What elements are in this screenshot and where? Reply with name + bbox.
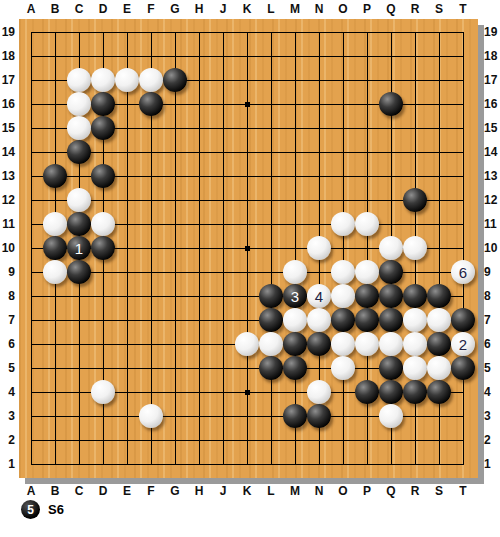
stone-N10[interactable] — [307, 236, 331, 260]
stone-B11[interactable] — [43, 212, 67, 236]
coord-top-P: P — [355, 1, 379, 17]
stone-T7[interactable] — [451, 308, 475, 332]
coord-left-7: 7 — [0, 312, 15, 328]
coord-top-B: B — [43, 1, 67, 17]
stone-Q7[interactable] — [379, 308, 403, 332]
coord-right-2: 2 — [484, 432, 499, 448]
coord-left-14: 14 — [0, 144, 15, 160]
coord-left-9: 9 — [0, 264, 15, 280]
coord-bottom-K: K — [235, 483, 259, 499]
stone-N3[interactable] — [307, 404, 331, 428]
stone-O8[interactable] — [331, 284, 355, 308]
stone-Q8[interactable] — [379, 284, 403, 308]
coord-right-18: 18 — [484, 48, 499, 64]
coord-bottom-A: A — [19, 483, 43, 499]
stone-S6[interactable] — [427, 332, 451, 356]
stone-M5[interactable] — [283, 356, 307, 380]
coord-top-L: L — [259, 1, 283, 17]
coord-bottom-D: D — [91, 483, 115, 499]
coord-right-11: 11 — [484, 216, 499, 232]
coord-right-6: 6 — [484, 336, 499, 352]
stone-R8[interactable] — [403, 284, 427, 308]
stone-O5[interactable] — [331, 356, 355, 380]
coord-left-3: 3 — [0, 408, 15, 424]
stone-N4[interactable] — [307, 380, 331, 404]
caption-move-stone: 5 — [21, 500, 40, 519]
stone-P9[interactable] — [355, 260, 379, 284]
stone-R4[interactable] — [403, 380, 427, 404]
coord-top-R: R — [403, 1, 427, 17]
coord-top-M: M — [283, 1, 307, 17]
coord-bottom-F: F — [139, 483, 163, 499]
grid-line-vertical — [343, 32, 344, 465]
coord-top-G: G — [163, 1, 187, 17]
coord-left-6: 6 — [0, 336, 15, 352]
coord-right-9: 9 — [484, 264, 499, 280]
coord-left-13: 13 — [0, 168, 15, 184]
stone-C9[interactable] — [67, 260, 91, 284]
stone-O6[interactable] — [331, 332, 355, 356]
stone-C17[interactable] — [67, 68, 91, 92]
stone-K6[interactable] — [235, 332, 259, 356]
coord-top-H: H — [187, 1, 211, 17]
coord-left-12: 12 — [0, 192, 15, 208]
coord-bottom-R: R — [403, 483, 427, 499]
stone-Q10[interactable] — [379, 236, 403, 260]
coord-bottom-P: P — [355, 483, 379, 499]
stone-M8[interactable]: 3 — [283, 284, 307, 308]
stone-Q3[interactable] — [379, 404, 403, 428]
stone-F17[interactable] — [139, 68, 163, 92]
coord-right-8: 8 — [484, 288, 499, 304]
coord-bottom-T: T — [451, 483, 475, 499]
coord-top-A: A — [19, 1, 43, 17]
stone-S4[interactable] — [427, 380, 451, 404]
stone-F16[interactable] — [139, 92, 163, 116]
coord-right-1: 1 — [484, 456, 499, 472]
coord-left-10: 10 — [0, 240, 15, 256]
coord-left-11: 11 — [0, 216, 15, 232]
stone-T5[interactable] — [451, 356, 475, 380]
go-board[interactable]: 16342 — [19, 19, 478, 478]
stone-L7[interactable] — [259, 308, 283, 332]
coord-bottom-M: M — [283, 483, 307, 499]
stone-B10[interactable] — [43, 236, 67, 260]
coord-left-18: 18 — [0, 48, 15, 64]
coord-top-E: E — [115, 1, 139, 17]
stone-P4[interactable] — [355, 380, 379, 404]
coord-right-13: 13 — [484, 168, 499, 184]
coord-bottom-J: J — [211, 483, 235, 499]
coord-right-14: 14 — [484, 144, 499, 160]
stone-D17[interactable] — [91, 68, 115, 92]
coord-bottom-B: B — [43, 483, 67, 499]
coord-bottom-S: S — [427, 483, 451, 499]
stone-S8[interactable] — [427, 284, 451, 308]
coord-left-8: 8 — [0, 288, 15, 304]
coord-top-T: T — [451, 1, 475, 17]
stone-L8[interactable] — [259, 284, 283, 308]
grid-line-horizontal — [31, 464, 464, 465]
coord-top-K: K — [235, 1, 259, 17]
coord-left-16: 16 — [0, 96, 15, 112]
coord-left-4: 4 — [0, 384, 15, 400]
coord-right-19: 19 — [484, 24, 499, 40]
stone-B9[interactable] — [43, 260, 67, 284]
stone-N7[interactable] — [307, 308, 331, 332]
coord-left-17: 17 — [0, 72, 15, 88]
move-number-label: 1 — [75, 241, 83, 256]
stone-B13[interactable] — [43, 164, 67, 188]
stone-R7[interactable] — [403, 308, 427, 332]
stone-N6[interactable] — [307, 332, 331, 356]
stone-L5[interactable] — [259, 356, 283, 380]
grid-line-vertical — [295, 32, 296, 465]
coord-right-7: 7 — [484, 312, 499, 328]
coord-top-O: O — [331, 1, 355, 17]
stone-D11[interactable] — [91, 212, 115, 236]
grid-line-horizontal — [31, 440, 464, 441]
stone-Q9[interactable] — [379, 260, 403, 284]
star-point-K4 — [245, 390, 250, 395]
coord-top-D: D — [91, 1, 115, 17]
stone-O11[interactable] — [331, 212, 355, 236]
grid-line-vertical — [271, 32, 272, 465]
coord-top-Q: Q — [379, 1, 403, 17]
stone-R5[interactable] — [403, 356, 427, 380]
stone-C14[interactable] — [67, 140, 91, 164]
stone-D13[interactable] — [91, 164, 115, 188]
coord-left-5: 5 — [0, 360, 15, 376]
coord-top-J: J — [211, 1, 235, 17]
coord-right-16: 16 — [484, 96, 499, 112]
star-point-K16 — [245, 102, 250, 107]
coord-top-S: S — [427, 1, 451, 17]
coord-bottom-Q: Q — [379, 483, 403, 499]
grid-line-vertical — [463, 32, 464, 465]
stone-P6[interactable] — [355, 332, 379, 356]
coord-left-15: 15 — [0, 120, 15, 136]
coord-bottom-H: H — [187, 483, 211, 499]
stone-S5[interactable] — [427, 356, 451, 380]
stone-M7[interactable] — [283, 308, 307, 332]
coord-right-12: 12 — [484, 192, 499, 208]
coord-left-19: 19 — [0, 24, 15, 40]
stone-D10[interactable] — [91, 236, 115, 260]
stone-G17[interactable] — [163, 68, 187, 92]
coord-left-2: 2 — [0, 432, 15, 448]
move-number-label: 2 — [459, 337, 467, 352]
stone-Q6[interactable] — [379, 332, 403, 356]
coord-top-C: C — [67, 1, 91, 17]
stone-D4[interactable] — [91, 380, 115, 404]
move-number-label: 3 — [291, 289, 299, 304]
move-number-label: 6 — [459, 265, 467, 280]
stone-T9[interactable]: 6 — [451, 260, 475, 284]
stone-E17[interactable] — [115, 68, 139, 92]
stone-C10[interactable]: 1 — [67, 236, 91, 260]
coord-top-N: N — [307, 1, 331, 17]
stone-O9[interactable] — [331, 260, 355, 284]
coord-bottom-N: N — [307, 483, 331, 499]
stone-C15[interactable] — [67, 116, 91, 140]
stone-T6[interactable]: 2 — [451, 332, 475, 356]
caption-move-point: S6 — [48, 501, 64, 519]
coord-right-5: 5 — [484, 360, 499, 376]
stone-F3[interactable] — [139, 404, 163, 428]
star-point-K10 — [245, 246, 250, 251]
coord-left-1: 1 — [0, 456, 15, 472]
stone-R10[interactable] — [403, 236, 427, 260]
stone-C12[interactable] — [67, 188, 91, 212]
coord-bottom-E: E — [115, 483, 139, 499]
stone-L6[interactable] — [259, 332, 283, 356]
stone-R6[interactable] — [403, 332, 427, 356]
move-number-label: 4 — [315, 289, 323, 304]
go-diagram-page: 16342 5 S6 AABBCCDDEEFFGGHHJJKKLLMMNNOOP… — [0, 0, 500, 537]
stone-N8[interactable]: 4 — [307, 284, 331, 308]
stone-M9[interactable] — [283, 260, 307, 284]
stone-C11[interactable] — [67, 212, 91, 236]
stone-Q5[interactable] — [379, 356, 403, 380]
coord-right-3: 3 — [484, 408, 499, 424]
coord-bottom-O: O — [331, 483, 355, 499]
stone-Q4[interactable] — [379, 380, 403, 404]
stone-P7[interactable] — [355, 308, 379, 332]
stone-M3[interactable] — [283, 404, 307, 428]
coord-top-F: F — [139, 1, 163, 17]
stone-R12[interactable] — [403, 188, 427, 212]
coord-bottom-L: L — [259, 483, 283, 499]
coord-bottom-C: C — [67, 483, 91, 499]
coord-right-4: 4 — [484, 384, 499, 400]
stone-M6[interactable] — [283, 332, 307, 356]
stone-O7[interactable] — [331, 308, 355, 332]
stone-D15[interactable] — [91, 116, 115, 140]
coord-right-10: 10 — [484, 240, 499, 256]
stone-P8[interactable] — [355, 284, 379, 308]
coord-right-15: 15 — [484, 120, 499, 136]
stone-P11[interactable] — [355, 212, 379, 236]
stone-C16[interactable] — [67, 92, 91, 116]
coord-bottom-G: G — [163, 483, 187, 499]
stone-S7[interactable] — [427, 308, 451, 332]
coord-right-17: 17 — [484, 72, 499, 88]
stone-D16[interactable] — [91, 92, 115, 116]
stone-Q16[interactable] — [379, 92, 403, 116]
